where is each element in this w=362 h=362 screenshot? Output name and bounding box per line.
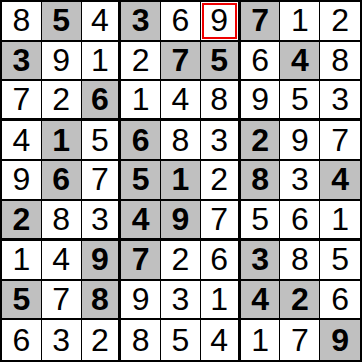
cell-r1c2[interactable]: 5 xyxy=(42,2,82,42)
sudoku-board: 8543697123912756487261489534156832979675… xyxy=(0,0,362,362)
cell-r1c1[interactable]: 8 xyxy=(2,2,42,42)
cell-r4c6[interactable]: 3 xyxy=(201,121,241,161)
cell-r9c2[interactable]: 3 xyxy=(42,320,82,360)
cell-r8c5[interactable]: 3 xyxy=(161,281,201,321)
cell-r8c6[interactable]: 1 xyxy=(201,281,241,321)
cell-r7c6[interactable]: 6 xyxy=(201,241,241,281)
cell-r8c9[interactable]: 6 xyxy=(320,281,360,321)
cell-r5c5[interactable]: 1 xyxy=(161,161,201,201)
cell-r7c5[interactable]: 2 xyxy=(161,241,201,281)
cell-r9c4[interactable]: 8 xyxy=(121,320,161,360)
cell-r5c2[interactable]: 6 xyxy=(42,161,82,201)
cell-r7c9[interactable]: 5 xyxy=(320,241,360,281)
cell-r1c5[interactable]: 6 xyxy=(161,2,201,42)
cell-r6c2[interactable]: 8 xyxy=(42,201,82,241)
cell-r3c4[interactable]: 1 xyxy=(121,81,161,121)
cell-r4c1[interactable]: 4 xyxy=(2,121,42,161)
cell-r2c7[interactable]: 6 xyxy=(241,42,281,82)
cell-r6c6[interactable]: 7 xyxy=(201,201,241,241)
cell-r3c7[interactable]: 9 xyxy=(241,81,281,121)
cell-r4c9[interactable]: 7 xyxy=(320,121,360,161)
cell-r5c1[interactable]: 9 xyxy=(2,161,42,201)
cell-r8c2[interactable]: 7 xyxy=(42,281,82,321)
cell-r2c2[interactable]: 9 xyxy=(42,42,82,82)
cell-r9c3[interactable]: 2 xyxy=(82,320,122,360)
cell-r2c9[interactable]: 8 xyxy=(320,42,360,82)
cell-r3c2[interactable]: 2 xyxy=(42,81,82,121)
cell-r9c5[interactable]: 5 xyxy=(161,320,201,360)
cell-r6c8[interactable]: 6 xyxy=(280,201,320,241)
cell-r4c2[interactable]: 1 xyxy=(42,121,82,161)
cell-r1c8[interactable]: 1 xyxy=(280,2,320,42)
cell-r2c1[interactable]: 3 xyxy=(2,42,42,82)
cell-r6c1[interactable]: 2 xyxy=(2,201,42,241)
cell-r5c6[interactable]: 2 xyxy=(201,161,241,201)
cell-r2c6[interactable]: 5 xyxy=(201,42,241,82)
cell-r9c9[interactable]: 9 xyxy=(320,320,360,360)
cell-r3c1[interactable]: 7 xyxy=(2,81,42,121)
cell-r7c7[interactable]: 3 xyxy=(241,241,281,281)
cell-r3c8[interactable]: 5 xyxy=(280,81,320,121)
cell-r2c4[interactable]: 2 xyxy=(121,42,161,82)
cell-r9c6[interactable]: 4 xyxy=(201,320,241,360)
cell-r5c7[interactable]: 8 xyxy=(241,161,281,201)
cell-r6c7[interactable]: 5 xyxy=(241,201,281,241)
cell-r1c9[interactable]: 2 xyxy=(320,2,360,42)
cell-r1c4[interactable]: 3 xyxy=(121,2,161,42)
cell-r8c8[interactable]: 2 xyxy=(280,281,320,321)
cell-r5c3[interactable]: 7 xyxy=(82,161,122,201)
cell-r3c3[interactable]: 6 xyxy=(82,81,122,121)
cell-r7c3[interactable]: 9 xyxy=(82,241,122,281)
cell-r7c2[interactable]: 4 xyxy=(42,241,82,281)
cell-r2c8[interactable]: 4 xyxy=(280,42,320,82)
cell-r2c3[interactable]: 1 xyxy=(82,42,122,82)
cell-r4c7[interactable]: 2 xyxy=(241,121,281,161)
cell-r6c5[interactable]: 9 xyxy=(161,201,201,241)
cell-r5c4[interactable]: 5 xyxy=(121,161,161,201)
cell-r8c7[interactable]: 4 xyxy=(241,281,281,321)
cell-r3c5[interactable]: 4 xyxy=(161,81,201,121)
cell-r8c1[interactable]: 5 xyxy=(2,281,42,321)
cell-r6c9[interactable]: 1 xyxy=(320,201,360,241)
cell-r6c4[interactable]: 4 xyxy=(121,201,161,241)
cell-r3c9[interactable]: 3 xyxy=(320,81,360,121)
cell-r4c5[interactable]: 8 xyxy=(161,121,201,161)
cell-r9c1[interactable]: 6 xyxy=(2,320,42,360)
cell-r9c7[interactable]: 1 xyxy=(241,320,281,360)
cell-r7c1[interactable]: 1 xyxy=(2,241,42,281)
cell-r5c9[interactable]: 4 xyxy=(320,161,360,201)
cell-r1c3[interactable]: 4 xyxy=(82,2,122,42)
cell-r1c7[interactable]: 7 xyxy=(241,2,281,42)
cell-r4c8[interactable]: 9 xyxy=(280,121,320,161)
cell-r1c6[interactable]: 9 xyxy=(201,2,241,42)
cell-r9c8[interactable]: 7 xyxy=(280,320,320,360)
cell-r2c5[interactable]: 7 xyxy=(161,42,201,82)
cell-r7c8[interactable]: 8 xyxy=(280,241,320,281)
cell-r5c8[interactable]: 3 xyxy=(280,161,320,201)
cell-r8c4[interactable]: 9 xyxy=(121,281,161,321)
cell-r6c3[interactable]: 3 xyxy=(82,201,122,241)
cell-r3c6[interactable]: 8 xyxy=(201,81,241,121)
cell-r7c4[interactable]: 7 xyxy=(121,241,161,281)
cell-r4c3[interactable]: 5 xyxy=(82,121,122,161)
cell-r4c4[interactable]: 6 xyxy=(121,121,161,161)
cell-r8c3[interactable]: 8 xyxy=(82,281,122,321)
